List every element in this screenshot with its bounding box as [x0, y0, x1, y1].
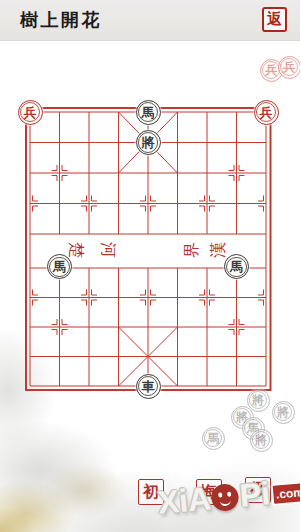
floating-piece-兵[interactable]: 兵 [278, 56, 301, 79]
piece-black-車[interactable]: 車 [136, 374, 161, 399]
level-button[interactable]: 級 [245, 477, 271, 503]
back-button[interactable]: 返 [262, 7, 287, 32]
piece-black-馬[interactable]: 馬 [136, 100, 161, 125]
piece-grid: 兵馬兵將馬馬車 [15, 97, 281, 401]
floating-piece-將: 將 [250, 429, 273, 452]
piece-black-將[interactable]: 將 [136, 130, 161, 155]
piece-black-馬[interactable]: 馬 [47, 254, 72, 279]
title-bar: 樹上開花 返 [0, 0, 300, 41]
undo-button[interactable]: 悔 [196, 479, 222, 505]
floating-piece-馬: 馬 [202, 427, 225, 450]
piece-black-馬[interactable]: 馬 [224, 254, 249, 279]
xiangqi-board[interactable]: 楚河界漢 兵馬兵將馬馬車 [0, 0, 300, 532]
piece-red-兵[interactable]: 兵 [18, 100, 43, 125]
page-title: 樹上開花 [20, 8, 102, 32]
floating-piece-將: 將 [272, 401, 295, 424]
reset-button[interactable]: 初 [138, 479, 164, 505]
piece-red-兵[interactable]: 兵 [254, 100, 279, 125]
